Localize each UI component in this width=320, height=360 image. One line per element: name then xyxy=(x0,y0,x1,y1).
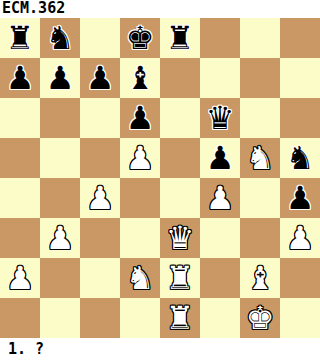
white-pawn: ♟ xyxy=(40,218,80,258)
square-f8[interactable] xyxy=(200,18,240,58)
square-d7[interactable]: ♝ xyxy=(120,58,160,98)
square-h1[interactable] xyxy=(280,298,320,338)
square-b3[interactable]: ♟ xyxy=(40,218,80,258)
square-h2[interactable] xyxy=(280,258,320,298)
square-e2[interactable]: ♜ xyxy=(160,258,200,298)
square-c3[interactable] xyxy=(80,218,120,258)
black-pawn: ♟ xyxy=(120,98,160,138)
white-king: ♚ xyxy=(240,298,280,338)
square-g8[interactable] xyxy=(240,18,280,58)
white-pawn: ♟ xyxy=(120,138,160,178)
square-g5[interactable]: ♞ xyxy=(240,138,280,178)
black-bishop: ♝ xyxy=(120,58,160,98)
square-a4[interactable] xyxy=(0,178,40,218)
white-knight: ♞ xyxy=(240,138,280,178)
square-f4[interactable]: ♟ xyxy=(200,178,240,218)
square-f3[interactable] xyxy=(200,218,240,258)
square-h4[interactable]: ♟ xyxy=(280,178,320,218)
square-f6[interactable]: ♛ xyxy=(200,98,240,138)
black-pawn: ♟ xyxy=(280,178,320,218)
square-a6[interactable] xyxy=(0,98,40,138)
square-c1[interactable] xyxy=(80,298,120,338)
square-d8[interactable]: ♚ xyxy=(120,18,160,58)
square-b1[interactable] xyxy=(40,298,80,338)
black-queen: ♛ xyxy=(200,98,240,138)
square-b2[interactable] xyxy=(40,258,80,298)
white-pawn: ♟ xyxy=(280,218,320,258)
white-rook: ♜ xyxy=(160,298,200,338)
square-b4[interactable] xyxy=(40,178,80,218)
square-d1[interactable] xyxy=(120,298,160,338)
square-c6[interactable] xyxy=(80,98,120,138)
square-d6[interactable]: ♟ xyxy=(120,98,160,138)
square-c2[interactable] xyxy=(80,258,120,298)
diagram-title: ECM.362 xyxy=(0,0,320,18)
square-e8[interactable]: ♜ xyxy=(160,18,200,58)
white-knight: ♞ xyxy=(120,258,160,298)
square-c8[interactable] xyxy=(80,18,120,58)
square-b6[interactable] xyxy=(40,98,80,138)
square-e1[interactable]: ♜ xyxy=(160,298,200,338)
black-king: ♚ xyxy=(120,18,160,58)
square-g6[interactable] xyxy=(240,98,280,138)
black-rook: ♜ xyxy=(0,18,40,58)
black-pawn: ♟ xyxy=(200,138,240,178)
square-e3[interactable]: ♛ xyxy=(160,218,200,258)
white-rook: ♜ xyxy=(160,258,200,298)
square-f5[interactable]: ♟ xyxy=(200,138,240,178)
square-c7[interactable]: ♟ xyxy=(80,58,120,98)
square-d2[interactable]: ♞ xyxy=(120,258,160,298)
square-b7[interactable]: ♟ xyxy=(40,58,80,98)
square-e7[interactable] xyxy=(160,58,200,98)
square-h6[interactable] xyxy=(280,98,320,138)
square-g2[interactable]: ♝ xyxy=(240,258,280,298)
square-f7[interactable] xyxy=(200,58,240,98)
square-e4[interactable] xyxy=(160,178,200,218)
square-a1[interactable] xyxy=(0,298,40,338)
square-g1[interactable]: ♚ xyxy=(240,298,280,338)
square-g4[interactable] xyxy=(240,178,280,218)
square-e5[interactable] xyxy=(160,138,200,178)
black-knight: ♞ xyxy=(280,138,320,178)
square-f2[interactable] xyxy=(200,258,240,298)
black-knight: ♞ xyxy=(40,18,80,58)
square-h8[interactable] xyxy=(280,18,320,58)
black-rook: ♜ xyxy=(160,18,200,58)
square-b5[interactable] xyxy=(40,138,80,178)
square-a2[interactable]: ♟ xyxy=(0,258,40,298)
white-pawn: ♟ xyxy=(200,178,240,218)
square-h3[interactable]: ♟ xyxy=(280,218,320,258)
square-a3[interactable] xyxy=(0,218,40,258)
white-pawn: ♟ xyxy=(80,178,120,218)
chess-board: ♜♞♚♜♟♟♟♝♟♛♟♟♞♞♟♟♟♟♛♟♟♞♜♝♜♚ xyxy=(0,18,320,338)
white-bishop: ♝ xyxy=(240,258,280,298)
square-f1[interactable] xyxy=(200,298,240,338)
square-d3[interactable] xyxy=(120,218,160,258)
square-e6[interactable] xyxy=(160,98,200,138)
square-d4[interactable] xyxy=(120,178,160,218)
square-a8[interactable]: ♜ xyxy=(0,18,40,58)
white-pawn: ♟ xyxy=(0,258,40,298)
black-pawn: ♟ xyxy=(40,58,80,98)
square-c4[interactable]: ♟ xyxy=(80,178,120,218)
square-g7[interactable] xyxy=(240,58,280,98)
white-queen: ♛ xyxy=(160,218,200,258)
square-h7[interactable] xyxy=(280,58,320,98)
black-pawn: ♟ xyxy=(0,58,40,98)
square-a7[interactable]: ♟ xyxy=(0,58,40,98)
square-b8[interactable]: ♞ xyxy=(40,18,80,58)
square-g3[interactable] xyxy=(240,218,280,258)
square-a5[interactable] xyxy=(0,138,40,178)
black-pawn: ♟ xyxy=(80,58,120,98)
square-d5[interactable]: ♟ xyxy=(120,138,160,178)
square-c5[interactable] xyxy=(80,138,120,178)
square-h5[interactable]: ♞ xyxy=(280,138,320,178)
move-prompt: 1. ? xyxy=(0,338,320,360)
